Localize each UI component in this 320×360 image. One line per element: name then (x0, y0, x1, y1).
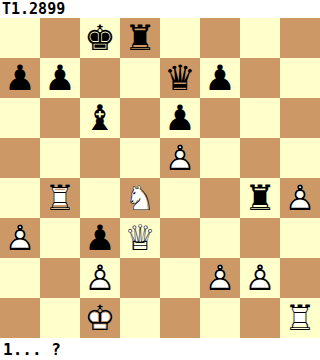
square-f4[interactable] (200, 178, 240, 218)
square-c3[interactable]: ♟ (80, 218, 120, 258)
square-c4[interactable] (80, 178, 120, 218)
square-b1[interactable] (40, 298, 80, 338)
white-knight: ♘ (120, 178, 160, 218)
white-pawn: ♙ (240, 258, 280, 298)
square-d2[interactable] (120, 258, 160, 298)
square-d8[interactable]: ♜ (120, 18, 160, 58)
square-e8[interactable] (160, 18, 200, 58)
square-a5[interactable] (0, 138, 40, 178)
square-h8[interactable] (280, 18, 320, 58)
square-b4[interactable]: ♜♖ (40, 178, 80, 218)
square-a1[interactable] (0, 298, 40, 338)
square-h1[interactable]: ♜♖ (280, 298, 320, 338)
white-pawn-fill: ♟ (200, 258, 240, 298)
square-h5[interactable] (280, 138, 320, 178)
square-e3[interactable] (160, 218, 200, 258)
white-queen: ♕ (120, 218, 160, 258)
white-queen-fill: ♛ (120, 218, 160, 258)
white-rook: ♖ (40, 178, 80, 218)
square-a8[interactable] (0, 18, 40, 58)
square-b7[interactable]: ♟ (40, 58, 80, 98)
square-d6[interactable] (120, 98, 160, 138)
white-king: ♔ (80, 298, 120, 338)
square-e7[interactable]: ♛ (160, 58, 200, 98)
square-g4[interactable]: ♜ (240, 178, 280, 218)
square-e1[interactable] (160, 298, 200, 338)
chess-board: ♚♜♟♟♛♟♝♟♟♙♜♖♞♘♜♟♙♟♙♟♛♕♟♙♟♙♟♙♚♔♜♖ (0, 18, 320, 338)
square-c7[interactable] (80, 58, 120, 98)
square-h2[interactable] (280, 258, 320, 298)
square-h4[interactable]: ♟♙ (280, 178, 320, 218)
white-rook-fill: ♜ (40, 178, 80, 218)
square-f6[interactable] (200, 98, 240, 138)
square-e2[interactable] (160, 258, 200, 298)
square-a2[interactable] (0, 258, 40, 298)
square-c6[interactable]: ♝ (80, 98, 120, 138)
black-pawn: ♟ (40, 58, 80, 98)
square-a4[interactable] (0, 178, 40, 218)
white-knight-fill: ♞ (120, 178, 160, 218)
white-pawn-fill: ♟ (80, 258, 120, 298)
white-pawn-fill: ♟ (160, 138, 200, 178)
square-g6[interactable] (240, 98, 280, 138)
square-e6[interactable]: ♟ (160, 98, 200, 138)
chess-app-window: T1.2899 ♚♜♟♟♛♟♝♟♟♙♜♖♞♘♜♟♙♟♙♟♛♕♟♙♟♙♟♙♚♔♜♖… (0, 0, 320, 360)
puzzle-title: T1.2899 (0, 0, 320, 18)
square-c5[interactable] (80, 138, 120, 178)
square-g7[interactable] (240, 58, 280, 98)
black-pawn: ♟ (0, 58, 40, 98)
black-king: ♚ (80, 18, 120, 58)
square-f3[interactable] (200, 218, 240, 258)
square-b3[interactable] (40, 218, 80, 258)
square-f5[interactable] (200, 138, 240, 178)
square-c8[interactable]: ♚ (80, 18, 120, 58)
square-f7[interactable]: ♟ (200, 58, 240, 98)
white-king-fill: ♚ (80, 298, 120, 338)
white-rook: ♖ (280, 298, 320, 338)
square-b8[interactable] (40, 18, 80, 58)
black-bishop: ♝ (80, 98, 120, 138)
black-rook: ♜ (120, 18, 160, 58)
black-pawn: ♟ (160, 98, 200, 138)
square-c1[interactable]: ♚♔ (80, 298, 120, 338)
white-pawn: ♙ (0, 218, 40, 258)
white-pawn: ♙ (280, 178, 320, 218)
square-d3[interactable]: ♛♕ (120, 218, 160, 258)
square-h3[interactable] (280, 218, 320, 258)
square-g5[interactable] (240, 138, 280, 178)
black-pawn: ♟ (200, 58, 240, 98)
black-rook: ♜ (240, 178, 280, 218)
square-f8[interactable] (200, 18, 240, 58)
square-a3[interactable]: ♟♙ (0, 218, 40, 258)
square-h7[interactable] (280, 58, 320, 98)
square-d7[interactable] (120, 58, 160, 98)
square-g2[interactable]: ♟♙ (240, 258, 280, 298)
square-b6[interactable] (40, 98, 80, 138)
white-rook-fill: ♜ (280, 298, 320, 338)
square-b5[interactable] (40, 138, 80, 178)
black-pawn: ♟ (80, 218, 120, 258)
white-pawn-fill: ♟ (240, 258, 280, 298)
square-d4[interactable]: ♞♘ (120, 178, 160, 218)
white-pawn: ♙ (80, 258, 120, 298)
square-b2[interactable] (40, 258, 80, 298)
square-e5[interactable]: ♟♙ (160, 138, 200, 178)
white-pawn-fill: ♟ (0, 218, 40, 258)
square-d5[interactable] (120, 138, 160, 178)
square-e4[interactable] (160, 178, 200, 218)
black-queen: ♛ (160, 58, 200, 98)
square-g1[interactable] (240, 298, 280, 338)
square-h6[interactable] (280, 98, 320, 138)
square-a7[interactable]: ♟ (0, 58, 40, 98)
square-f2[interactable]: ♟♙ (200, 258, 240, 298)
move-prompt: 1... ? (0, 338, 320, 360)
white-pawn: ♙ (200, 258, 240, 298)
square-d1[interactable] (120, 298, 160, 338)
square-g8[interactable] (240, 18, 280, 58)
square-c2[interactable]: ♟♙ (80, 258, 120, 298)
square-f1[interactable] (200, 298, 240, 338)
square-g3[interactable] (240, 218, 280, 258)
square-a6[interactable] (0, 98, 40, 138)
white-pawn-fill: ♟ (280, 178, 320, 218)
white-pawn: ♙ (160, 138, 200, 178)
